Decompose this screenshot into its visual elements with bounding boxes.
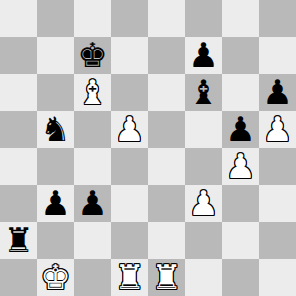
square-e2[interactable]	[148, 222, 185, 259]
square-d7[interactable]	[111, 37, 148, 74]
black-rook-a2[interactable]: ♜	[3, 222, 33, 259]
square-g3[interactable]	[222, 185, 259, 222]
square-e4[interactable]	[148, 148, 185, 185]
white-pawn-g4[interactable]: ♟	[225, 148, 255, 185]
white-rook-e1[interactable]: ♜	[151, 259, 181, 296]
square-f2[interactable]	[185, 222, 222, 259]
square-b8[interactable]	[37, 0, 74, 37]
square-g5[interactable]: ♟	[222, 111, 259, 148]
black-knight-b5[interactable]: ♞	[40, 111, 70, 148]
square-h1[interactable]	[259, 259, 296, 296]
square-h6[interactable]: ♟	[259, 74, 296, 111]
square-g1[interactable]	[222, 259, 259, 296]
square-c2[interactable]	[74, 222, 111, 259]
square-b6[interactable]	[37, 74, 74, 111]
square-d3[interactable]	[111, 185, 148, 222]
square-f4[interactable]	[185, 148, 222, 185]
square-g8[interactable]	[222, 0, 259, 37]
square-d5[interactable]: ♟	[111, 111, 148, 148]
square-a1[interactable]	[0, 259, 37, 296]
white-king-b1[interactable]: ♚	[40, 259, 70, 296]
square-a3[interactable]	[0, 185, 37, 222]
square-e6[interactable]	[148, 74, 185, 111]
square-f7[interactable]: ♟	[185, 37, 222, 74]
square-c8[interactable]	[74, 0, 111, 37]
square-a4[interactable]	[0, 148, 37, 185]
square-b3[interactable]: ♟	[37, 185, 74, 222]
square-b2[interactable]	[37, 222, 74, 259]
square-d8[interactable]	[111, 0, 148, 37]
square-e7[interactable]	[148, 37, 185, 74]
square-h3[interactable]	[259, 185, 296, 222]
white-bishop-c6[interactable]: ♝	[77, 74, 107, 111]
square-d2[interactable]	[111, 222, 148, 259]
square-c4[interactable]	[74, 148, 111, 185]
white-pawn-f3[interactable]: ♟	[188, 185, 218, 222]
square-b4[interactable]	[37, 148, 74, 185]
black-bishop-f6[interactable]: ♝	[188, 74, 218, 111]
chess-board: ♚♟♝♝♟♞♟♟♟♟♟♟♟♜♚♜♜	[0, 0, 296, 296]
square-f6[interactable]: ♝	[185, 74, 222, 111]
white-pawn-d5[interactable]: ♟	[114, 111, 144, 148]
square-a8[interactable]	[0, 0, 37, 37]
square-a5[interactable]	[0, 111, 37, 148]
square-e8[interactable]	[148, 0, 185, 37]
square-h4[interactable]	[259, 148, 296, 185]
square-b5[interactable]: ♞	[37, 111, 74, 148]
square-a7[interactable]	[0, 37, 37, 74]
square-d1[interactable]: ♜	[111, 259, 148, 296]
square-c3[interactable]: ♟	[74, 185, 111, 222]
square-h5[interactable]: ♟	[259, 111, 296, 148]
square-b1[interactable]: ♚	[37, 259, 74, 296]
square-f3[interactable]: ♟	[185, 185, 222, 222]
square-g2[interactable]	[222, 222, 259, 259]
square-c5[interactable]	[74, 111, 111, 148]
square-g4[interactable]: ♟	[222, 148, 259, 185]
square-d4[interactable]	[111, 148, 148, 185]
black-pawn-h6[interactable]: ♟	[262, 74, 292, 111]
black-pawn-b3[interactable]: ♟	[40, 185, 70, 222]
square-b7[interactable]	[37, 37, 74, 74]
square-h7[interactable]	[259, 37, 296, 74]
white-pawn-h5[interactable]: ♟	[262, 111, 292, 148]
square-h2[interactable]	[259, 222, 296, 259]
square-h8[interactable]	[259, 0, 296, 37]
square-e5[interactable]	[148, 111, 185, 148]
square-e3[interactable]	[148, 185, 185, 222]
white-rook-d1[interactable]: ♜	[114, 259, 144, 296]
black-king-c7[interactable]: ♚	[77, 37, 107, 74]
square-f8[interactable]	[185, 0, 222, 37]
square-c1[interactable]	[74, 259, 111, 296]
square-a2[interactable]: ♜	[0, 222, 37, 259]
square-d6[interactable]	[111, 74, 148, 111]
square-f1[interactable]	[185, 259, 222, 296]
black-pawn-g5[interactable]: ♟	[225, 111, 255, 148]
square-e1[interactable]: ♜	[148, 259, 185, 296]
black-pawn-c3[interactable]: ♟	[77, 185, 107, 222]
square-a6[interactable]	[0, 74, 37, 111]
square-g7[interactable]	[222, 37, 259, 74]
square-c7[interactable]: ♚	[74, 37, 111, 74]
square-c6[interactable]: ♝	[74, 74, 111, 111]
black-pawn-f7[interactable]: ♟	[188, 37, 218, 74]
square-f5[interactable]	[185, 111, 222, 148]
square-g6[interactable]	[222, 74, 259, 111]
